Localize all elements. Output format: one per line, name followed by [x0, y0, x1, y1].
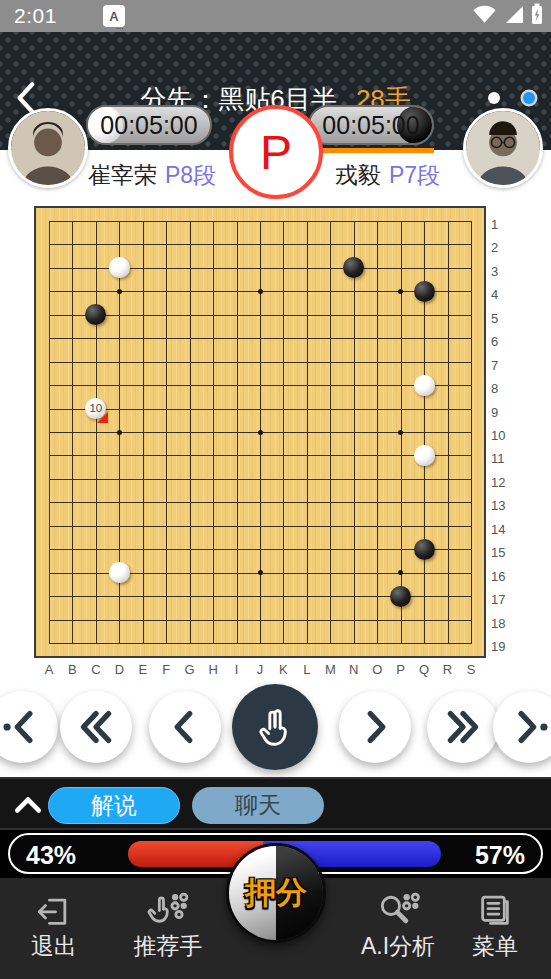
col-label-S: S — [462, 662, 480, 677]
col-label-E: E — [134, 662, 152, 677]
page-dot-2-active[interactable] — [523, 92, 535, 104]
black-stone-Q15 — [414, 539, 435, 560]
grid-line-h — [49, 620, 472, 621]
star-point — [398, 570, 403, 575]
col-label-C: C — [87, 662, 105, 677]
cellular-signal-icon — [504, 4, 524, 28]
bet-points-button[interactable]: 押分 — [226, 843, 326, 943]
white-stone-D16 — [109, 562, 130, 583]
row-label-17: 17 — [491, 592, 505, 607]
ai-analysis-label: A.I分析 — [361, 931, 435, 962]
col-label-L: L — [298, 662, 316, 677]
row-label-10: 10 — [491, 428, 505, 443]
left-name-text: 崔宰荣 — [88, 162, 157, 188]
row-label-1: 1 — [491, 217, 498, 232]
row-label-15: 15 — [491, 545, 505, 560]
left-win-percent: 43% — [26, 841, 76, 870]
white-stone-D3 — [109, 257, 130, 278]
left-clock-digits: 00:05:00 — [100, 111, 197, 140]
right-player-clock: 00:05:00 — [308, 105, 434, 145]
menu-button[interactable]: 菜单 — [455, 888, 535, 962]
hand-mode-button[interactable] — [232, 684, 318, 770]
forward-one-button[interactable] — [339, 691, 411, 763]
col-label-K: K — [274, 662, 292, 677]
star-point — [398, 289, 403, 294]
magnifier-stones-icon — [376, 888, 420, 928]
black-stone-C5 — [85, 304, 106, 325]
col-label-B: B — [63, 662, 81, 677]
row-label-6: 6 — [491, 334, 498, 349]
row-label-13: 13 — [491, 498, 505, 513]
grid-line-v — [354, 221, 355, 644]
row-label-4: 4 — [491, 287, 498, 302]
row-label-9: 9 — [491, 405, 498, 420]
back-one-button[interactable] — [149, 691, 221, 763]
row-label-2: 2 — [491, 240, 498, 255]
recommend-move-button[interactable]: 推荐手 — [108, 888, 228, 962]
pause-button[interactable]: P — [229, 105, 323, 199]
row-label-18: 18 — [491, 616, 505, 631]
grid-line-h — [49, 549, 472, 550]
black-stone-N3 — [343, 257, 364, 278]
menu-label: 菜单 — [472, 931, 518, 962]
right-player-name: 戎毅P7段 — [335, 160, 440, 191]
col-label-F: F — [157, 662, 175, 677]
right-clock-digits: 00:05:00 — [322, 111, 419, 140]
star-point — [258, 430, 263, 435]
right-player-avatar[interactable] — [463, 108, 543, 188]
grid-line-h — [49, 455, 472, 456]
go-last-button[interactable] — [493, 691, 551, 763]
black-stone-Q4 — [414, 281, 435, 302]
row-label-3: 3 — [491, 264, 498, 279]
col-label-M: M — [321, 662, 339, 677]
status-bar: 2:01 A — [0, 0, 551, 32]
page-dot-1[interactable] — [488, 92, 500, 104]
panel-tab-bar: 解说 聊天 — [0, 777, 551, 830]
grid-line-v — [448, 221, 449, 644]
star-point — [117, 430, 122, 435]
col-label-J: J — [251, 662, 269, 677]
row-label-19: 19 — [491, 639, 505, 654]
star-point — [398, 430, 403, 435]
right-win-percent: 57% — [475, 841, 525, 870]
board-section: 10 12345678910111213141516171819 ABCDEFG… — [0, 204, 551, 677]
left-player-name: 崔宰荣P8段 — [88, 160, 216, 191]
grid-line-v — [283, 221, 284, 644]
active-turn-indicator — [320, 148, 434, 153]
grid-line-h — [49, 479, 472, 480]
black-stone-P17 — [390, 586, 411, 607]
collapse-panel-button[interactable] — [12, 793, 46, 819]
exit-button[interactable]: 退出 — [14, 888, 94, 962]
left-player-clock: 00:05:00 — [86, 105, 212, 145]
white-stone-Q11 — [414, 445, 435, 466]
white-stone-Q8 — [414, 375, 435, 396]
grid-line-h — [49, 643, 472, 644]
page-indicator[interactable] — [488, 92, 535, 104]
ai-analysis-button[interactable]: A.I分析 — [338, 888, 458, 962]
row-label-16: 16 — [491, 569, 505, 584]
exit-icon — [35, 888, 73, 928]
battery-icon — [531, 3, 543, 29]
star-point — [258, 289, 263, 294]
col-label-G: G — [181, 662, 199, 677]
hand-stones-icon — [146, 888, 190, 928]
clock-time: 2:01 — [14, 4, 57, 28]
bet-button-label: 押分 — [245, 872, 307, 914]
row-label-11: 11 — [491, 451, 505, 466]
grid-line-h — [49, 502, 472, 503]
star-point — [258, 570, 263, 575]
forward-fast-button[interactable] — [427, 691, 499, 763]
header-area: 分先：黑贴6目半 28手 00:05:00 00:05:00 — [0, 32, 551, 204]
row-label-7: 7 — [491, 358, 498, 373]
col-label-D: D — [110, 662, 128, 677]
col-label-N: N — [345, 662, 363, 677]
right-name-text: 戎毅 — [335, 162, 381, 188]
row-label-14: 14 — [491, 522, 505, 537]
grid-line-v — [307, 221, 308, 644]
go-first-button[interactable] — [0, 691, 58, 763]
grid-line-v — [330, 221, 331, 644]
grid-line-v — [471, 221, 472, 644]
col-label-H: H — [204, 662, 222, 677]
board-row-labels: 12345678910111213141516171819 — [491, 208, 513, 660]
left-player-avatar[interactable] — [8, 108, 88, 188]
star-point — [117, 289, 122, 294]
row-label-8: 8 — [491, 381, 498, 396]
col-label-Q: Q — [415, 662, 433, 677]
back-fast-button[interactable] — [60, 691, 132, 763]
col-label-P: P — [392, 662, 410, 677]
tab-chat[interactable]: 聊天 — [192, 787, 324, 824]
col-label-O: O — [368, 662, 386, 677]
row-label-5: 5 — [491, 311, 498, 326]
wifi-icon — [472, 4, 497, 28]
grid-line-h — [49, 526, 472, 527]
board-column-labels: ABCDEFGHIJKLMNOPQRS — [36, 660, 484, 678]
go-board[interactable]: 10 — [34, 206, 486, 658]
grid-line-v — [377, 221, 378, 644]
exit-label: 退出 — [31, 931, 77, 962]
recommend-move-label: 推荐手 — [134, 931, 203, 962]
menu-icon — [476, 888, 514, 928]
col-label-A: A — [40, 662, 58, 677]
last-move-marker — [97, 412, 108, 423]
right-rank-text: P7段 — [389, 162, 440, 188]
move-navigation — [0, 677, 551, 777]
left-rank-text: P8段 — [165, 162, 216, 188]
col-label-I: I — [228, 662, 246, 677]
tab-commentary[interactable]: 解说 — [48, 787, 180, 824]
col-label-R: R — [439, 662, 457, 677]
ime-icon: A — [103, 5, 125, 27]
row-label-12: 12 — [491, 475, 505, 490]
